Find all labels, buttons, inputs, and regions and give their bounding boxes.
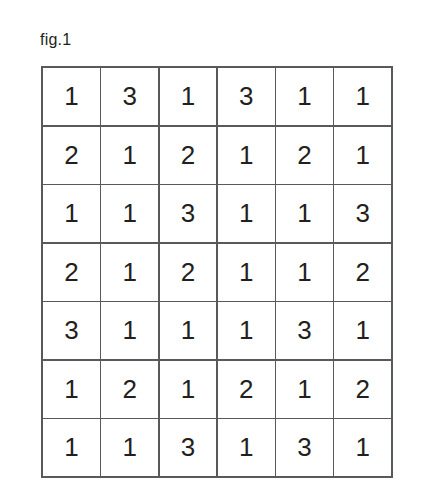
grid-cell: 1 [160, 361, 217, 418]
grid-cell: 1 [101, 244, 158, 301]
puzzle-grid: 1313112121211131132121123111311212121131… [41, 66, 393, 478]
grid-cell: 2 [276, 127, 333, 184]
grid-cell: 1 [334, 302, 391, 359]
grid-cell: 2 [218, 361, 275, 418]
grid-cell: 1 [101, 185, 158, 242]
grid-cell: 3 [101, 68, 158, 125]
grid-cell: 1 [218, 302, 275, 359]
grid-cell: 3 [218, 68, 275, 125]
grid-cell: 1 [218, 419, 275, 476]
grid-cell: 1 [334, 68, 391, 125]
grid-cell: 2 [160, 127, 217, 184]
grid-cell: 1 [276, 361, 333, 418]
grid-cell: 1 [43, 185, 100, 242]
grid-cell: 1 [276, 185, 333, 242]
grid-cell: 1 [101, 302, 158, 359]
grid-cell: 1 [276, 68, 333, 125]
grid-cell: 2 [43, 127, 100, 184]
grid-cell: 3 [43, 302, 100, 359]
grid-cell: 1 [160, 68, 217, 125]
grid-cell: 1 [334, 127, 391, 184]
grid-cell: 2 [43, 244, 100, 301]
grid-cell: 1 [334, 419, 391, 476]
grid-cell: 1 [101, 419, 158, 476]
grid-cell: 2 [334, 244, 391, 301]
grid-cell: 1 [43, 68, 100, 125]
grid-cell: 1 [43, 419, 100, 476]
grid-cell: 1 [218, 185, 275, 242]
figure-label: fig.1 [40, 32, 71, 48]
grid-cell: 1 [43, 361, 100, 418]
grid-cell: 2 [101, 361, 158, 418]
grid-cell: 1 [160, 302, 217, 359]
grid-cell: 2 [334, 361, 391, 418]
grid-cell: 1 [101, 127, 158, 184]
grid-cell: 3 [160, 419, 217, 476]
grid-cell: 1 [218, 244, 275, 301]
grid-cell: 2 [160, 244, 217, 301]
grid-cell: 3 [276, 419, 333, 476]
grid-cell: 1 [276, 244, 333, 301]
grid-cell: 3 [334, 185, 391, 242]
grid-cell: 3 [276, 302, 333, 359]
grid-cell: 3 [160, 185, 217, 242]
grid-cell: 1 [218, 127, 275, 184]
